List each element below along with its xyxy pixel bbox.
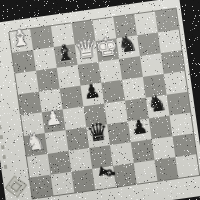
square-a1[interactable] (30, 175, 54, 199)
square-d1[interactable]: ♝ (92, 166, 116, 190)
black-pawn[interactable]: ♟ (82, 80, 102, 103)
square-d5[interactable]: ♟ (80, 83, 104, 107)
square-b2[interactable] (48, 151, 72, 175)
square-b6[interactable] (36, 68, 60, 92)
square-h7[interactable] (158, 29, 182, 53)
square-a8[interactable]: ♝ (9, 29, 33, 53)
white-pawn[interactable]: ♟ (43, 107, 63, 130)
black-bishop[interactable]: ♝ (54, 41, 76, 65)
square-e6[interactable] (98, 59, 122, 83)
square-c6[interactable] (57, 65, 81, 89)
square-h8[interactable] (155, 9, 179, 33)
square-a6[interactable] (15, 71, 39, 95)
white-knight[interactable]: ♞ (24, 130, 46, 154)
square-b3[interactable] (45, 130, 69, 154)
white-king[interactable]: ♚ (94, 35, 119, 59)
square-a3[interactable]: ♞ (24, 133, 48, 157)
square-c1[interactable] (71, 169, 95, 193)
black-queen[interactable]: ♛ (86, 121, 110, 145)
square-f1[interactable] (134, 160, 158, 184)
square-h1[interactable] (175, 154, 199, 178)
square-g4[interactable]: ♞ (146, 95, 170, 119)
square-a7[interactable] (12, 50, 36, 74)
square-f6[interactable] (119, 56, 143, 80)
square-c4[interactable] (63, 106, 87, 130)
square-a5[interactable] (18, 91, 42, 115)
black-pawn[interactable]: ♟ (129, 116, 149, 139)
square-c5[interactable] (60, 86, 84, 110)
square-b1[interactable] (51, 172, 75, 196)
square-b8[interactable] (30, 26, 54, 50)
square-b4[interactable]: ♟ (42, 109, 66, 133)
square-g8[interactable] (134, 12, 158, 36)
square-f5[interactable] (122, 77, 146, 101)
square-f3[interactable]: ♟ (128, 118, 152, 142)
square-d3[interactable]: ♛ (86, 124, 110, 148)
black-knight[interactable]: ♞ (146, 92, 168, 116)
board-grid: ♝♝♛♚♞♟♟♞♞♛♟♝ (8, 8, 200, 200)
chess-board: ♝♝♛♚♞♟♟♞♞♛♟♝ (0, 0, 200, 200)
square-e4[interactable] (104, 101, 128, 125)
white-bishop[interactable]: ♝ (10, 26, 32, 50)
square-f7[interactable]: ♞ (116, 35, 140, 59)
square-a2[interactable] (27, 154, 51, 178)
edge-print-markings (0, 115, 8, 169)
square-h5[interactable] (164, 71, 188, 95)
square-e5[interactable] (101, 80, 125, 104)
square-e3[interactable] (107, 121, 131, 145)
corner-ornament (4, 172, 27, 200)
square-g6[interactable] (140, 53, 164, 77)
black-bishop-fallen[interactable]: ♝ (94, 161, 118, 183)
square-e7[interactable]: ♚ (95, 38, 119, 62)
square-b7[interactable] (33, 47, 57, 71)
square-g7[interactable] (137, 32, 161, 56)
chess-photo-scene: ♝♝♛♚♞♟♟♞♞♛♟♝ (0, 0, 200, 200)
square-h6[interactable] (161, 50, 185, 74)
black-knight[interactable]: ♞ (116, 32, 138, 56)
square-g1[interactable] (155, 157, 179, 181)
